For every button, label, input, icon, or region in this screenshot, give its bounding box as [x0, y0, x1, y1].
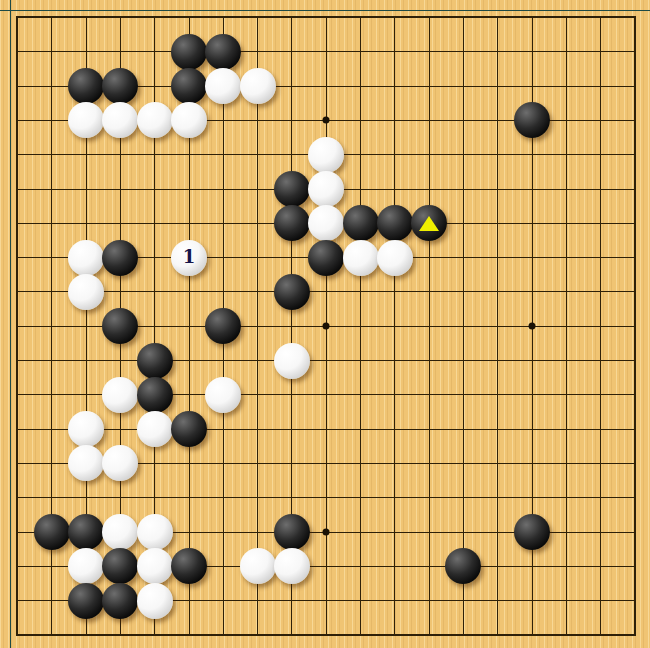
- board-intersection[interactable]: [412, 481, 446, 515]
- board-intersection[interactable]: [343, 515, 377, 549]
- board-intersection[interactable]: [309, 583, 343, 617]
- board-intersection[interactable]: [549, 583, 583, 617]
- board-intersection[interactable]: [446, 309, 480, 343]
- board-intersection[interactable]: [412, 515, 446, 549]
- board-intersection[interactable]: [515, 103, 549, 137]
- board-intersection[interactable]: [69, 549, 103, 583]
- board-intersection[interactable]: [412, 412, 446, 446]
- board-intersection[interactable]: [103, 618, 137, 648]
- board-intersection[interactable]: [240, 309, 274, 343]
- board-intersection[interactable]: [378, 240, 412, 274]
- board-intersection[interactable]: [378, 343, 412, 377]
- board-intersection[interactable]: [583, 583, 617, 617]
- board-intersection[interactable]: [138, 549, 172, 583]
- board-intersection[interactable]: [172, 446, 206, 480]
- board-intersection[interactable]: [618, 412, 650, 446]
- board-intersection[interactable]: [515, 69, 549, 103]
- board-intersection[interactable]: [515, 35, 549, 69]
- board-intersection[interactable]: [138, 240, 172, 274]
- board-intersection[interactable]: [275, 378, 309, 412]
- board-intersection[interactable]: [446, 275, 480, 309]
- board-intersection[interactable]: [378, 549, 412, 583]
- board-intersection[interactable]: [583, 618, 617, 648]
- board-intersection[interactable]: [549, 549, 583, 583]
- board-intersection[interactable]: [275, 275, 309, 309]
- board-intersection[interactable]: [412, 378, 446, 412]
- board-intersection[interactable]: [69, 378, 103, 412]
- board-intersection[interactable]: [446, 35, 480, 69]
- board-intersection[interactable]: [515, 206, 549, 240]
- board-intersection[interactable]: [69, 69, 103, 103]
- board-intersection[interactable]: [618, 515, 650, 549]
- board-intersection[interactable]: [343, 549, 377, 583]
- board-intersection[interactable]: [549, 103, 583, 137]
- board-intersection[interactable]: [378, 583, 412, 617]
- board-intersection[interactable]: [69, 103, 103, 137]
- board-intersection[interactable]: [515, 138, 549, 172]
- board-intersection[interactable]: [378, 618, 412, 648]
- board-intersection[interactable]: [103, 481, 137, 515]
- board-intersection[interactable]: [240, 172, 274, 206]
- board-intersection[interactable]: [583, 412, 617, 446]
- board-intersection[interactable]: [343, 35, 377, 69]
- board-intersection[interactable]: [446, 618, 480, 648]
- board-intersection[interactable]: [172, 583, 206, 617]
- board-intersection[interactable]: [206, 412, 240, 446]
- board-intersection[interactable]: [309, 103, 343, 137]
- board-intersection[interactable]: [583, 309, 617, 343]
- board-intersection[interactable]: [618, 446, 650, 480]
- board-intersection[interactable]: [240, 481, 274, 515]
- board-intersection[interactable]: [549, 618, 583, 648]
- board-intersection[interactable]: [549, 206, 583, 240]
- board-intersection[interactable]: [515, 378, 549, 412]
- board-intersection[interactable]: [481, 618, 515, 648]
- board-intersection[interactable]: [172, 549, 206, 583]
- board-intersection[interactable]: [206, 515, 240, 549]
- board-intersection[interactable]: [343, 138, 377, 172]
- board-intersection[interactable]: [206, 618, 240, 648]
- board-intersection[interactable]: [103, 309, 137, 343]
- board-intersection[interactable]: [103, 206, 137, 240]
- board-intersection[interactable]: [69, 412, 103, 446]
- board-intersection[interactable]: [378, 206, 412, 240]
- board-intersection[interactable]: [103, 412, 137, 446]
- board-intersection[interactable]: [583, 35, 617, 69]
- board-intersection[interactable]: [583, 481, 617, 515]
- board-intersection[interactable]: [35, 103, 69, 137]
- board-intersection[interactable]: [515, 618, 549, 648]
- board-intersection[interactable]: [275, 549, 309, 583]
- board-intersection[interactable]: [378, 138, 412, 172]
- board-intersection[interactable]: [343, 172, 377, 206]
- board-intersection[interactable]: [583, 275, 617, 309]
- board-intersection[interactable]: [309, 309, 343, 343]
- board-intersection[interactable]: [240, 412, 274, 446]
- board-intersection[interactable]: [275, 309, 309, 343]
- board-intersection[interactable]: [515, 275, 549, 309]
- board-intersection[interactable]: [172, 412, 206, 446]
- board-intersection[interactable]: [240, 515, 274, 549]
- board-intersection[interactable]: [549, 378, 583, 412]
- board-intersection[interactable]: [206, 35, 240, 69]
- board-intersection[interactable]: [481, 138, 515, 172]
- board-intersection[interactable]: [172, 515, 206, 549]
- board-intersection[interactable]: [138, 343, 172, 377]
- board-intersection[interactable]: [583, 549, 617, 583]
- board-intersection[interactable]: [446, 481, 480, 515]
- board-intersection[interactable]: [515, 549, 549, 583]
- board-intersection[interactable]: [583, 138, 617, 172]
- board-intersection[interactable]: [240, 240, 274, 274]
- board-intersection[interactable]: [446, 515, 480, 549]
- board-intersection[interactable]: [138, 618, 172, 648]
- board-intersection[interactable]: [35, 240, 69, 274]
- board-intersection[interactable]: [618, 206, 650, 240]
- board-intersection[interactable]: [618, 240, 650, 274]
- board-intersection[interactable]: [138, 103, 172, 137]
- board-intersection[interactable]: [412, 446, 446, 480]
- board-intersection[interactable]: [138, 138, 172, 172]
- board-intersection[interactable]: [275, 481, 309, 515]
- board-intersection[interactable]: [618, 138, 650, 172]
- board-intersection[interactable]: [549, 515, 583, 549]
- board-intersection[interactable]: [275, 446, 309, 480]
- board-intersection[interactable]: [172, 103, 206, 137]
- board-intersection[interactable]: [172, 378, 206, 412]
- board-intersection[interactable]: [378, 412, 412, 446]
- board-intersection[interactable]: [206, 343, 240, 377]
- board-intersection[interactable]: [138, 412, 172, 446]
- board-intersection[interactable]: [583, 343, 617, 377]
- board-intersection[interactable]: [618, 309, 650, 343]
- board-intersection[interactable]: [103, 515, 137, 549]
- board-intersection[interactable]: [309, 481, 343, 515]
- board-intersection[interactable]: [206, 69, 240, 103]
- board-intersection[interactable]: [378, 69, 412, 103]
- board-intersection[interactable]: [618, 378, 650, 412]
- board-intersection[interactable]: [309, 515, 343, 549]
- board-intersection[interactable]: [172, 309, 206, 343]
- board-intersection[interactable]: [275, 583, 309, 617]
- board-intersection[interactable]: [549, 412, 583, 446]
- board-intersection[interactable]: [35, 138, 69, 172]
- board-intersection[interactable]: [206, 206, 240, 240]
- board-intersection[interactable]: [446, 378, 480, 412]
- board-intersection[interactable]: [103, 275, 137, 309]
- board-intersection[interactable]: [35, 378, 69, 412]
- board-intersection[interactable]: [309, 172, 343, 206]
- board-intersection[interactable]: [206, 446, 240, 480]
- board-intersection[interactable]: [275, 103, 309, 137]
- board-intersection[interactable]: [35, 412, 69, 446]
- board-intersection[interactable]: [446, 69, 480, 103]
- board-intersection[interactable]: [172, 275, 206, 309]
- board-intersection[interactable]: [69, 275, 103, 309]
- board-intersection[interactable]: [618, 583, 650, 617]
- board-intersection[interactable]: [515, 172, 549, 206]
- board-intersection[interactable]: [549, 35, 583, 69]
- board-intersection[interactable]: [343, 618, 377, 648]
- board-intersection[interactable]: [309, 378, 343, 412]
- board-intersection[interactable]: [309, 206, 343, 240]
- board-intersection[interactable]: [309, 343, 343, 377]
- board-intersection[interactable]: [309, 618, 343, 648]
- board-intersection[interactable]: [515, 481, 549, 515]
- board-intersection[interactable]: [206, 309, 240, 343]
- board-intersection[interactable]: [583, 378, 617, 412]
- board-intersection[interactable]: 1: [172, 240, 206, 274]
- board-intersection[interactable]: [172, 206, 206, 240]
- board-intersection[interactable]: [309, 69, 343, 103]
- board-intersection[interactable]: [69, 206, 103, 240]
- board-intersection[interactable]: [446, 172, 480, 206]
- board-intersection[interactable]: [138, 69, 172, 103]
- board-intersection[interactable]: [103, 138, 137, 172]
- board-intersection[interactable]: [481, 343, 515, 377]
- board-intersection[interactable]: [481, 583, 515, 617]
- board-intersection[interactable]: [412, 138, 446, 172]
- board-intersection[interactable]: [618, 103, 650, 137]
- board-intersection[interactable]: [240, 103, 274, 137]
- board-intersection[interactable]: [583, 240, 617, 274]
- board-intersection[interactable]: [515, 583, 549, 617]
- board-intersection[interactable]: [206, 481, 240, 515]
- board-intersection[interactable]: [138, 583, 172, 617]
- board-intersection[interactable]: [138, 481, 172, 515]
- board-intersection[interactable]: [549, 138, 583, 172]
- board-intersection[interactable]: [69, 138, 103, 172]
- board-intersection[interactable]: [35, 69, 69, 103]
- board-intersection[interactable]: [103, 549, 137, 583]
- board-intersection[interactable]: [138, 378, 172, 412]
- board-intersection[interactable]: [412, 618, 446, 648]
- board-intersection[interactable]: [206, 583, 240, 617]
- board-intersection[interactable]: [138, 206, 172, 240]
- board-intersection[interactable]: [103, 69, 137, 103]
- board-intersection[interactable]: [275, 138, 309, 172]
- board-intersection[interactable]: [35, 275, 69, 309]
- board-intersection[interactable]: [583, 69, 617, 103]
- board-intersection[interactable]: [412, 206, 446, 240]
- board-intersection[interactable]: [378, 275, 412, 309]
- board-intersection[interactable]: [309, 446, 343, 480]
- board-intersection[interactable]: [343, 412, 377, 446]
- board-intersection[interactable]: [309, 275, 343, 309]
- board-intersection[interactable]: [35, 583, 69, 617]
- board-intersection[interactable]: [446, 138, 480, 172]
- board-intersection[interactable]: [481, 412, 515, 446]
- board-intersection[interactable]: [206, 378, 240, 412]
- board-intersection[interactable]: [69, 618, 103, 648]
- board-intersection[interactable]: [446, 549, 480, 583]
- board-intersection[interactable]: [275, 618, 309, 648]
- board-intersection[interactable]: [481, 309, 515, 343]
- board-intersection[interactable]: [309, 549, 343, 583]
- board-intersection[interactable]: [206, 275, 240, 309]
- board-intersection[interactable]: [35, 35, 69, 69]
- board-intersection[interactable]: [412, 240, 446, 274]
- board-intersection[interactable]: [206, 172, 240, 206]
- board-intersection[interactable]: [35, 309, 69, 343]
- board-intersection[interactable]: [240, 378, 274, 412]
- board-intersection[interactable]: [240, 343, 274, 377]
- board-intersection[interactable]: [240, 275, 274, 309]
- board-intersection[interactable]: [138, 515, 172, 549]
- board-intersection[interactable]: [446, 446, 480, 480]
- board-intersection[interactable]: [343, 275, 377, 309]
- board-intersection[interactable]: [549, 309, 583, 343]
- board-intersection[interactable]: [35, 172, 69, 206]
- board-intersection[interactable]: [69, 240, 103, 274]
- board-intersection[interactable]: [69, 35, 103, 69]
- board-intersection[interactable]: [343, 240, 377, 274]
- board-intersection[interactable]: [275, 343, 309, 377]
- board-intersection[interactable]: [549, 275, 583, 309]
- board-intersection[interactable]: [481, 172, 515, 206]
- board-intersection[interactable]: [275, 172, 309, 206]
- board-intersection[interactable]: [35, 446, 69, 480]
- board-intersection[interactable]: [549, 343, 583, 377]
- board-intersection[interactable]: [69, 446, 103, 480]
- board-intersection[interactable]: [446, 343, 480, 377]
- board-intersection[interactable]: [35, 515, 69, 549]
- board-intersection[interactable]: [412, 172, 446, 206]
- board-intersection[interactable]: [515, 343, 549, 377]
- board-intersection[interactable]: [138, 172, 172, 206]
- board-intersection[interactable]: [515, 309, 549, 343]
- board-intersection[interactable]: [240, 206, 274, 240]
- board-intersection[interactable]: [515, 240, 549, 274]
- board-intersection[interactable]: [583, 103, 617, 137]
- board-intersection[interactable]: [618, 549, 650, 583]
- board-intersection[interactable]: [618, 618, 650, 648]
- board-intersection[interactable]: [549, 69, 583, 103]
- board-intersection[interactable]: [103, 103, 137, 137]
- board-intersection[interactable]: [481, 446, 515, 480]
- board-intersection[interactable]: [138, 275, 172, 309]
- board-intersection[interactable]: [309, 240, 343, 274]
- board-intersection[interactable]: [343, 583, 377, 617]
- board-intersection[interactable]: [206, 240, 240, 274]
- board-intersection[interactable]: [138, 446, 172, 480]
- board-intersection[interactable]: [412, 343, 446, 377]
- board-intersection[interactable]: [481, 481, 515, 515]
- board-intersection[interactable]: [618, 172, 650, 206]
- board-intersection[interactable]: [583, 446, 617, 480]
- board-intersection[interactable]: [35, 206, 69, 240]
- board-intersection[interactable]: [446, 240, 480, 274]
- board-intersection[interactable]: [618, 343, 650, 377]
- board-intersection[interactable]: [103, 446, 137, 480]
- board-intersection[interactable]: [412, 583, 446, 617]
- board-intersection[interactable]: [583, 206, 617, 240]
- board-intersection[interactable]: [69, 343, 103, 377]
- board-intersection[interactable]: [481, 103, 515, 137]
- board-intersection[interactable]: [549, 446, 583, 480]
- board-intersection[interactable]: [618, 481, 650, 515]
- board-intersection[interactable]: [412, 309, 446, 343]
- board-intersection[interactable]: [549, 172, 583, 206]
- board-intersection[interactable]: [275, 35, 309, 69]
- board-intersection[interactable]: [172, 481, 206, 515]
- board-intersection[interactable]: [515, 515, 549, 549]
- board-intersection[interactable]: [103, 343, 137, 377]
- board-intersection[interactable]: [35, 343, 69, 377]
- board-intersection[interactable]: [240, 549, 274, 583]
- board-intersection[interactable]: [343, 481, 377, 515]
- board-intersection[interactable]: [138, 309, 172, 343]
- board-intersection[interactable]: [343, 378, 377, 412]
- board-intersection[interactable]: [481, 35, 515, 69]
- board-intersection[interactable]: [138, 35, 172, 69]
- board-intersection[interactable]: [343, 103, 377, 137]
- board-intersection[interactable]: [240, 69, 274, 103]
- board-intersection[interactable]: [103, 35, 137, 69]
- board-intersection[interactable]: [378, 103, 412, 137]
- board-intersection[interactable]: [481, 275, 515, 309]
- board-intersection[interactable]: [481, 69, 515, 103]
- board-intersection[interactable]: [412, 69, 446, 103]
- board-intersection[interactable]: [172, 618, 206, 648]
- board-intersection[interactable]: [446, 412, 480, 446]
- board-intersection[interactable]: [515, 446, 549, 480]
- board-intersection[interactable]: [240, 138, 274, 172]
- board-intersection[interactable]: [343, 206, 377, 240]
- board-intersection[interactable]: [240, 35, 274, 69]
- board-intersection[interactable]: [412, 275, 446, 309]
- board-intersection[interactable]: [35, 481, 69, 515]
- board-intersection[interactable]: [240, 583, 274, 617]
- board-intersection[interactable]: [481, 206, 515, 240]
- board-intersection[interactable]: [549, 481, 583, 515]
- board-intersection[interactable]: [446, 206, 480, 240]
- board-intersection[interactable]: [378, 481, 412, 515]
- board-intersection[interactable]: [378, 515, 412, 549]
- board-intersection[interactable]: [481, 378, 515, 412]
- board-intersection[interactable]: [378, 446, 412, 480]
- board-intersection[interactable]: [172, 35, 206, 69]
- board-intersection[interactable]: [481, 515, 515, 549]
- board-intersection[interactable]: [309, 35, 343, 69]
- board-intersection[interactable]: [69, 309, 103, 343]
- board-intersection[interactable]: [275, 515, 309, 549]
- board-intersection[interactable]: [35, 618, 69, 648]
- board-intersection[interactable]: [103, 240, 137, 274]
- board-intersection[interactable]: [172, 138, 206, 172]
- board-intersection[interactable]: [618, 275, 650, 309]
- board-intersection[interactable]: [446, 583, 480, 617]
- board-intersection[interactable]: [309, 412, 343, 446]
- board-intersection[interactable]: [309, 138, 343, 172]
- board-intersection[interactable]: [275, 240, 309, 274]
- board-intersection[interactable]: [69, 481, 103, 515]
- board-intersection[interactable]: [35, 549, 69, 583]
- board-intersection[interactable]: [343, 69, 377, 103]
- board-intersection[interactable]: [172, 69, 206, 103]
- board-intersection[interactable]: [412, 103, 446, 137]
- board-intersection[interactable]: [412, 35, 446, 69]
- board-intersection[interactable]: [343, 309, 377, 343]
- board-intersection[interactable]: [206, 103, 240, 137]
- board-intersection[interactable]: [378, 172, 412, 206]
- board-intersection[interactable]: [446, 103, 480, 137]
- board-intersection[interactable]: [412, 549, 446, 583]
- board-intersection[interactable]: [69, 515, 103, 549]
- board-intersection[interactable]: [583, 515, 617, 549]
- board-intersection[interactable]: [206, 138, 240, 172]
- board-intersection[interactable]: [481, 549, 515, 583]
